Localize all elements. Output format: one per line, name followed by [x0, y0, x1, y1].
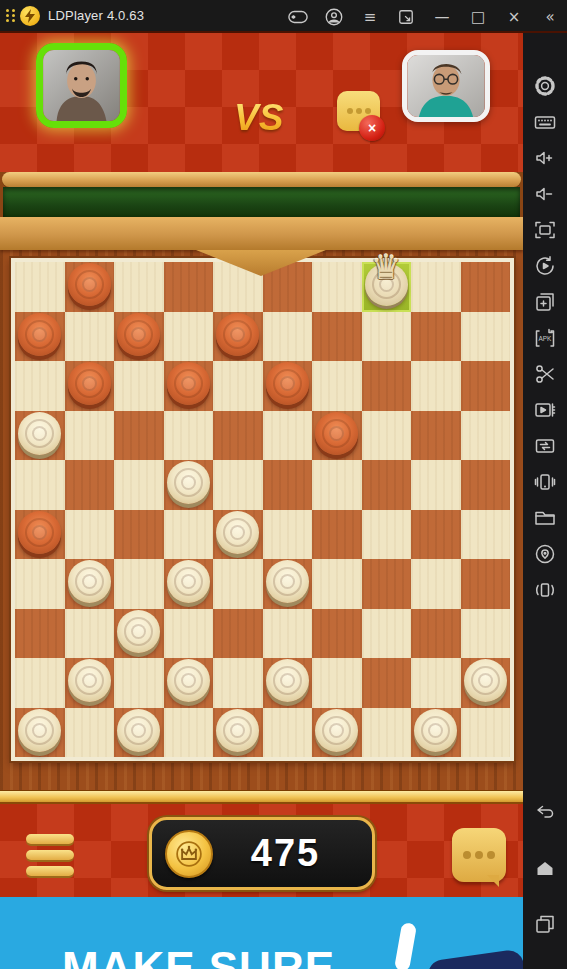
maximize-button[interactable]: □ [467, 6, 489, 28]
chat-dot [487, 851, 495, 859]
drag-dots-icon [6, 9, 16, 22]
back-icon[interactable] [532, 799, 558, 825]
red-man[interactable] [68, 362, 111, 405]
volume-down-icon[interactable] [532, 181, 558, 207]
board-square[interactable] [411, 658, 461, 708]
board-square[interactable] [411, 411, 461, 461]
window-title: LDPlayer 4.0.63 [48, 8, 144, 23]
board-square[interactable] [411, 312, 461, 362]
screen-cut-icon[interactable] [532, 361, 558, 387]
board-square[interactable] [15, 658, 65, 708]
board-square[interactable] [263, 658, 313, 708]
vs-label: VS [234, 97, 283, 139]
white-man[interactable] [414, 709, 457, 752]
board-square[interactable] [164, 559, 214, 609]
ad-text: MAKE SURE [62, 943, 335, 969]
emulator-sidebar: APK [523, 33, 567, 969]
chat-dot [365, 108, 371, 114]
board-square[interactable] [312, 460, 362, 510]
shared-folder-icon[interactable] [532, 505, 558, 531]
board-square[interactable] [164, 262, 214, 312]
board-square[interactable] [114, 609, 164, 659]
board-square[interactable] [213, 559, 263, 609]
chat-dot [475, 851, 483, 859]
android-nav [532, 799, 558, 969]
white-man[interactable] [117, 610, 160, 653]
white-man[interactable] [18, 412, 61, 455]
board-square[interactable] [164, 361, 214, 411]
board-square[interactable] [263, 510, 313, 560]
board-square[interactable] [213, 708, 263, 758]
gamepad-icon[interactable] [287, 6, 309, 28]
board-square[interactable] [312, 708, 362, 758]
board-square[interactable] [164, 510, 214, 560]
board-grid: ♛ [15, 262, 510, 757]
board-square[interactable] [164, 411, 214, 461]
red-man[interactable] [18, 313, 61, 356]
board-square[interactable] [15, 708, 65, 758]
mute-x-icon: × [359, 115, 385, 141]
white-man[interactable] [167, 461, 210, 504]
titlebar: LDPlayer 4.0.63 ≡ — □ × « [0, 0, 567, 33]
board-square[interactable] [213, 658, 263, 708]
thumb-graphic [394, 922, 417, 969]
red-man[interactable] [68, 263, 111, 306]
board-square[interactable] [15, 609, 65, 659]
video-recorder-icon[interactable] [532, 397, 558, 423]
white-man[interactable] [167, 560, 210, 603]
wood-plank-top [2, 172, 521, 187]
board-square[interactable] [65, 708, 115, 758]
gold-divider [0, 790, 523, 804]
board-square[interactable] [213, 460, 263, 510]
chat-dot [347, 108, 353, 114]
chat-muted-button[interactable]: × [337, 91, 380, 131]
board-square[interactable] [114, 312, 164, 362]
board-square[interactable] [263, 411, 313, 461]
message-slot [3, 187, 520, 217]
right-player-avatar[interactable] [402, 50, 490, 122]
board-square[interactable] [263, 460, 313, 510]
board-square[interactable] [213, 609, 263, 659]
install-apk-icon[interactable]: APK [532, 325, 558, 351]
white-king[interactable]: ♛ [365, 263, 408, 306]
add-window-icon[interactable] [532, 289, 558, 315]
white-man[interactable] [315, 709, 358, 752]
board-square[interactable] [411, 609, 461, 659]
red-man[interactable] [167, 362, 210, 405]
board-square[interactable] [312, 411, 362, 461]
white-man[interactable] [68, 659, 111, 702]
chat-button[interactable] [452, 828, 506, 882]
board-square[interactable] [114, 460, 164, 510]
ldplayer-window: LDPlayer 4.0.63 ≡ — □ × « [0, 0, 567, 969]
rotate-icon[interactable] [532, 577, 558, 603]
board-square[interactable] [65, 658, 115, 708]
shake-icon[interactable] [532, 469, 558, 495]
collapse-sidebar-button[interactable]: « [539, 6, 561, 28]
board-square[interactable] [15, 411, 65, 461]
board-square[interactable] [411, 708, 461, 758]
white-man[interactable] [68, 560, 111, 603]
board-square[interactable] [312, 312, 362, 362]
board-square[interactable] [461, 510, 511, 560]
volume-up-icon[interactable] [532, 145, 558, 171]
board-square[interactable] [312, 559, 362, 609]
board-square[interactable] [362, 609, 412, 659]
board-square[interactable] [213, 510, 263, 560]
ad-graphic [426, 948, 523, 969]
minimize-button[interactable]: — [431, 6, 453, 28]
right-avatar-photo [407, 55, 485, 117]
wood-band [0, 172, 523, 250]
white-man[interactable] [167, 659, 210, 702]
board-square[interactable] [461, 460, 511, 510]
board-square[interactable] [164, 609, 214, 659]
king-crown-icon: ♛ [365, 250, 408, 284]
white-man[interactable] [266, 560, 309, 603]
board-square[interactable] [461, 708, 511, 758]
chat-dot [356, 108, 362, 114]
left-player-avatar[interactable] [36, 43, 127, 128]
board-square[interactable] [461, 262, 511, 312]
board-square[interactable] [65, 460, 115, 510]
wood-plank-bottom [0, 217, 523, 250]
board-square[interactable] [461, 411, 511, 461]
board-square[interactable] [213, 411, 263, 461]
board-square[interactable] [411, 510, 461, 560]
board-square[interactable] [15, 361, 65, 411]
game-screen: User62621350 VS × [0, 33, 523, 969]
board-square[interactable] [411, 460, 461, 510]
white-man[interactable] [117, 709, 160, 752]
board-square[interactable] [15, 262, 65, 312]
board-square[interactable] [15, 510, 65, 560]
board-square[interactable] [15, 460, 65, 510]
board-square[interactable] [114, 510, 164, 560]
coin-counter[interactable]: 475 [149, 817, 375, 890]
board-square[interactable] [65, 262, 115, 312]
board-square[interactable] [411, 361, 461, 411]
board-square[interactable] [362, 460, 412, 510]
board-square[interactable]: ♛ [362, 262, 412, 312]
board-square[interactable] [164, 708, 214, 758]
board-square[interactable] [65, 361, 115, 411]
board-square[interactable] [312, 658, 362, 708]
board-square[interactable] [362, 658, 412, 708]
board-square[interactable] [461, 609, 511, 659]
board-square[interactable] [114, 708, 164, 758]
red-man[interactable] [315, 412, 358, 455]
close-button[interactable]: × [503, 6, 525, 28]
coin-amount: 475 [213, 832, 372, 875]
board-square[interactable] [263, 609, 313, 659]
board-square[interactable] [411, 559, 461, 609]
operation-recorder-icon[interactable] [532, 253, 558, 279]
board-square[interactable] [312, 510, 362, 560]
white-man[interactable] [18, 709, 61, 752]
board-square[interactable] [164, 460, 214, 510]
board-square[interactable] [164, 312, 214, 362]
red-man[interactable] [216, 313, 259, 356]
board-square[interactable] [213, 312, 263, 362]
match-header: User62621350 VS × [0, 33, 523, 172]
board-square[interactable] [114, 361, 164, 411]
board-square[interactable] [263, 312, 313, 362]
account-icon[interactable] [323, 6, 345, 28]
white-man[interactable] [464, 659, 507, 702]
board-square[interactable] [461, 361, 511, 411]
board-square[interactable] [362, 312, 412, 362]
board-square[interactable] [263, 708, 313, 758]
board-square[interactable] [312, 609, 362, 659]
coin-icon [165, 830, 213, 878]
synchronizer-icon[interactable] [532, 433, 558, 459]
board-square[interactable] [65, 411, 115, 461]
board-square[interactable] [15, 559, 65, 609]
menu-button[interactable] [26, 834, 74, 876]
keyboard-mapping-icon[interactable] [532, 109, 558, 135]
svg-text:APK: APK [539, 335, 553, 342]
left-avatar-photo [43, 50, 120, 121]
board-square[interactable] [362, 411, 412, 461]
board-square[interactable] [362, 510, 412, 560]
ldplayer-logo-icon [20, 6, 40, 26]
recent-tasks-icon[interactable] [532, 911, 558, 937]
board-square[interactable] [362, 559, 412, 609]
bottom-hud: 475 [0, 804, 523, 897]
board-square[interactable] [65, 312, 115, 362]
red-man[interactable] [266, 362, 309, 405]
resize-snip-icon[interactable] [395, 6, 417, 28]
red-man[interactable] [117, 313, 160, 356]
board-square[interactable] [461, 559, 511, 609]
board-square[interactable] [65, 609, 115, 659]
board-square[interactable] [263, 361, 313, 411]
board-square[interactable] [65, 510, 115, 560]
ad-banner[interactable]: MAKE SURE [0, 897, 523, 969]
full-screen-icon[interactable] [532, 217, 558, 243]
sidebar-tools: APK [532, 73, 558, 613]
board-square[interactable] [164, 658, 214, 708]
checkers-board: ♛ [11, 258, 514, 761]
white-man[interactable] [216, 709, 259, 752]
board-square[interactable] [65, 559, 115, 609]
board-square[interactable] [461, 312, 511, 362]
board-square[interactable] [213, 361, 263, 411]
board-square[interactable] [461, 658, 511, 708]
settings-icon[interactable] [532, 73, 558, 99]
board-square[interactable] [312, 262, 362, 312]
chat-dot [463, 851, 471, 859]
home-icon[interactable] [532, 855, 558, 881]
board-square[interactable] [114, 262, 164, 312]
board-square[interactable] [263, 559, 313, 609]
board-square[interactable] [362, 361, 412, 411]
red-man[interactable] [18, 511, 61, 554]
white-man[interactable] [266, 659, 309, 702]
menu-icon[interactable]: ≡ [359, 6, 381, 28]
board-square[interactable] [362, 708, 412, 758]
white-man[interactable] [216, 511, 259, 554]
board-square[interactable] [312, 361, 362, 411]
board-square[interactable] [411, 262, 461, 312]
board-square[interactable] [114, 411, 164, 461]
board-frame: ♛ [0, 250, 523, 790]
board-square[interactable] [114, 658, 164, 708]
virtual-gps-icon[interactable] [532, 541, 558, 567]
board-square[interactable] [15, 312, 65, 362]
board-square[interactable] [114, 559, 164, 609]
